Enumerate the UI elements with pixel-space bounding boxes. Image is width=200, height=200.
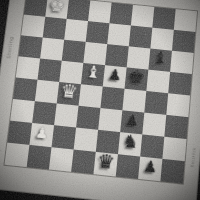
- square-d2[interactable]: [74, 128, 98, 152]
- square-d5[interactable]: ♝: [81, 63, 105, 87]
- square-c5[interactable]: [59, 61, 83, 85]
- square-e2[interactable]: [96, 130, 120, 154]
- board-brand-text-left: Sterling: [5, 36, 14, 59]
- square-h7[interactable]: [172, 30, 195, 53]
- square-c8[interactable]: [67, 0, 91, 21]
- square-c2[interactable]: [52, 125, 77, 149]
- square-b6[interactable]: [40, 38, 64, 61]
- square-g3[interactable]: [142, 113, 166, 137]
- square-c6[interactable]: [62, 40, 86, 63]
- square-h2[interactable]: [162, 137, 186, 161]
- square-e5[interactable]: ♟: [103, 65, 127, 89]
- square-a7[interactable]: [21, 15, 45, 38]
- piece-white-bishop: ♝: [85, 64, 102, 82]
- square-d8[interactable]: [88, 1, 112, 24]
- photo-background: Sterling ❖ ❖ ♚♝♝♟♚♛♟♟♞♛♟ Sterling: [0, 0, 200, 200]
- square-h6[interactable]: [170, 51, 194, 74]
- square-f3[interactable]: ♟: [120, 110, 144, 134]
- square-b7[interactable]: [43, 17, 67, 40]
- square-b1[interactable]: [27, 145, 52, 170]
- piece-black-pawn: ♟: [125, 112, 140, 128]
- square-d7[interactable]: [86, 21, 110, 44]
- square-f5[interactable]: ♚: [125, 67, 149, 91]
- square-d1[interactable]: [71, 150, 96, 175]
- piece-white-pawn: ♟: [34, 125, 49, 141]
- square-b8[interactable]: ♚: [45, 0, 69, 19]
- piece-black-pawn: ♟: [143, 159, 158, 176]
- chess-board-frame: Sterling ❖ ❖ ♚♝♝♟♚♛♟♟♞♛♟ Sterling: [0, 0, 200, 200]
- square-a5[interactable]: [16, 56, 40, 79]
- square-d3[interactable]: [76, 106, 100, 130]
- piece-black-knight: ♞: [122, 133, 139, 152]
- square-h3[interactable]: [164, 115, 188, 139]
- board-emblem-icons: ❖ ❖: [0, 144, 2, 169]
- square-e8[interactable]: [109, 3, 133, 26]
- square-f8[interactable]: [131, 5, 154, 28]
- square-e3[interactable]: [98, 108, 122, 132]
- square-g8[interactable]: [152, 7, 175, 30]
- square-f4[interactable]: [122, 89, 146, 113]
- square-f2[interactable]: ♞: [118, 132, 142, 156]
- square-b5[interactable]: [37, 58, 61, 81]
- square-c3[interactable]: [54, 103, 78, 127]
- square-e4[interactable]: [100, 86, 124, 110]
- square-e6[interactable]: [105, 44, 129, 67]
- piece-white-queen: ♛: [60, 81, 79, 101]
- square-c7[interactable]: [64, 19, 88, 42]
- square-f1[interactable]: [116, 154, 140, 179]
- square-a2[interactable]: [7, 121, 32, 145]
- square-c1[interactable]: [49, 147, 74, 172]
- piece-black-king: ♚: [127, 67, 146, 87]
- board-brand-text-right: Sterling: [190, 148, 197, 168]
- square-h8[interactable]: [174, 9, 197, 32]
- piece-black-bishop: ♝: [152, 49, 169, 67]
- square-d4[interactable]: [79, 84, 103, 108]
- square-b2[interactable]: ♟: [29, 123, 54, 147]
- square-h1[interactable]: [160, 159, 184, 184]
- square-g4[interactable]: [144, 91, 168, 115]
- piece-black-pawn: ♟: [108, 67, 123, 83]
- square-e7[interactable]: [107, 23, 131, 46]
- piece-black-queen: ♛: [96, 151, 115, 172]
- square-h4[interactable]: [166, 93, 190, 117]
- square-b4[interactable]: [35, 80, 59, 104]
- square-a3[interactable]: [10, 99, 35, 123]
- square-c4[interactable]: ♛: [57, 82, 81, 106]
- square-g2[interactable]: [140, 134, 164, 158]
- square-h5[interactable]: [168, 72, 192, 96]
- square-a4[interactable]: [13, 77, 37, 101]
- square-g6[interactable]: ♝: [148, 49, 172, 72]
- square-a6[interactable]: [19, 35, 43, 58]
- square-g7[interactable]: [150, 28, 173, 51]
- chess-board[interactable]: ♚♝♝♟♚♛♟♟♞♛♟: [4, 0, 197, 184]
- square-f6[interactable]: [127, 46, 151, 69]
- square-g5[interactable]: [146, 70, 170, 94]
- piece-white-king: ♚: [48, 0, 67, 15]
- square-a1[interactable]: [4, 143, 29, 168]
- square-d6[interactable]: [83, 42, 107, 65]
- square-e1[interactable]: ♛: [93, 152, 118, 177]
- square-g1[interactable]: ♟: [138, 157, 162, 182]
- square-b3[interactable]: [32, 101, 57, 125]
- square-f7[interactable]: [129, 25, 153, 48]
- diamond-emblem-icon: ❖: [0, 144, 2, 157]
